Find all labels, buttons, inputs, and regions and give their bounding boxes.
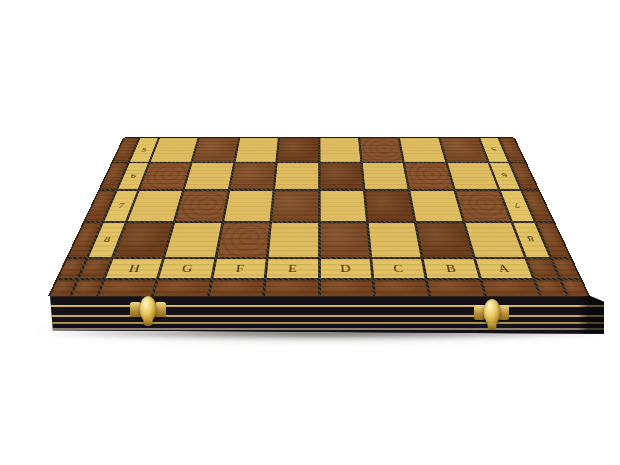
border-cell bbox=[536, 280, 566, 296]
square-b8 bbox=[417, 223, 473, 257]
border-cell bbox=[154, 280, 209, 296]
file-label-g: G bbox=[160, 259, 214, 278]
file-label-g-text: G bbox=[181, 263, 194, 274]
product-photo-stage: 55667788HGFEDCBA bbox=[0, 0, 620, 465]
square-g6 bbox=[185, 163, 233, 189]
square-b7 bbox=[411, 191, 462, 221]
file-label-c: C bbox=[372, 259, 425, 278]
square-d8 bbox=[320, 223, 369, 257]
square-c8 bbox=[369, 223, 421, 257]
file-label-e: E bbox=[267, 259, 318, 278]
square-f5 bbox=[236, 138, 278, 161]
file-label-a: A bbox=[476, 259, 532, 278]
square-c7 bbox=[365, 191, 413, 221]
square-h5 bbox=[151, 138, 198, 161]
square-b5 bbox=[400, 138, 445, 161]
square-f8 bbox=[217, 223, 269, 257]
file-label-h: H bbox=[106, 259, 162, 278]
square-f6 bbox=[230, 163, 275, 189]
square-e6 bbox=[275, 163, 318, 189]
latch-tongue-icon bbox=[487, 323, 496, 330]
border-cell bbox=[265, 280, 317, 296]
square-f7 bbox=[224, 191, 272, 221]
square-g7 bbox=[176, 191, 227, 221]
file-label-b-text: B bbox=[445, 263, 457, 274]
brass-latch-right bbox=[474, 299, 509, 326]
rank-label-left-5-text: 5 bbox=[141, 147, 148, 153]
latch-clasp-icon bbox=[483, 299, 500, 325]
latch-wing-icon bbox=[155, 302, 166, 317]
border-cell bbox=[72, 280, 102, 296]
square-h8 bbox=[114, 223, 173, 257]
file-label-c-text: C bbox=[393, 263, 404, 274]
square-c5 bbox=[360, 138, 402, 161]
rank-label-right-7-text: 7 bbox=[513, 202, 522, 209]
border-cell bbox=[374, 280, 428, 296]
square-b6 bbox=[405, 163, 453, 189]
file-label-d-text: D bbox=[340, 263, 351, 274]
square-d7 bbox=[320, 191, 366, 221]
file-label-f-text: F bbox=[235, 263, 245, 274]
square-d6 bbox=[320, 163, 363, 189]
square-e5 bbox=[278, 138, 318, 161]
square-c6 bbox=[363, 163, 408, 189]
rank-label-left-6-text: 6 bbox=[130, 172, 138, 179]
rank-label-right-8-text: 8 bbox=[526, 235, 535, 243]
square-e7 bbox=[272, 191, 318, 221]
border-cell bbox=[99, 280, 156, 296]
rank-label-left-7-text: 7 bbox=[117, 202, 126, 209]
file-label-a-text: A bbox=[497, 263, 511, 274]
chess-board-lid: 55667788HGFEDCBA bbox=[50, 138, 588, 296]
square-h6 bbox=[140, 163, 190, 189]
border-cell bbox=[210, 280, 264, 296]
square-a6 bbox=[448, 163, 498, 189]
file-label-h-text: H bbox=[127, 263, 141, 274]
border-cell bbox=[482, 280, 539, 296]
square-d5 bbox=[320, 138, 360, 161]
rank-label-left-8-text: 8 bbox=[103, 235, 112, 243]
rank-label-right-5-text: 5 bbox=[490, 147, 497, 153]
square-a5 bbox=[440, 138, 487, 161]
border-cell bbox=[321, 280, 373, 296]
square-g8 bbox=[166, 223, 222, 257]
file-label-e-text: E bbox=[288, 263, 297, 274]
square-e8 bbox=[269, 223, 318, 257]
rank-label-right-6-text: 6 bbox=[501, 172, 509, 179]
file-label-d: D bbox=[320, 259, 371, 278]
file-label-b: B bbox=[424, 259, 478, 278]
latch-tongue-icon bbox=[144, 319, 153, 326]
square-g5 bbox=[193, 138, 238, 161]
border-cell bbox=[428, 280, 483, 296]
brass-latch-left bbox=[130, 296, 166, 322]
square-h7 bbox=[128, 191, 182, 221]
file-label-f: F bbox=[213, 259, 266, 278]
border-cell bbox=[562, 280, 588, 296]
